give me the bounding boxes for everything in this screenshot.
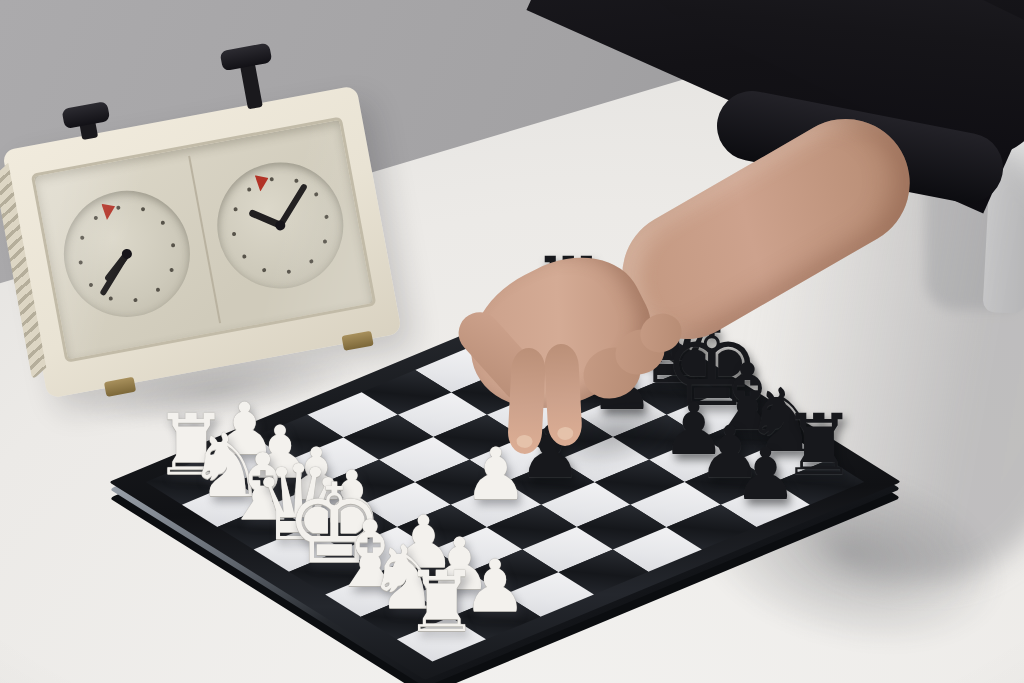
clock-right-dial — [207, 152, 354, 299]
dial-pin — [121, 248, 133, 260]
square-h1[interactable]: ♜ — [397, 617, 487, 662]
photo-scene: ♜♞♝♛♚♝♞♜♟♟♟♟♟♟♟♟♟♟♟♟♟♟♟♟♜♞♝♛♚♝♞♜ — [0, 0, 1024, 683]
flag-icon — [101, 201, 117, 220]
face-divider — [188, 156, 221, 324]
button-stem — [240, 63, 263, 109]
flag-icon — [255, 173, 271, 192]
piece-black-pawn-h7[interactable]: ♟ — [705, 384, 825, 508]
clock-face — [31, 116, 377, 362]
clock-left-button[interactable] — [61, 101, 112, 143]
clock-left-dial — [53, 180, 200, 327]
piece-white-rook-h1[interactable]: ♜ — [382, 519, 502, 643]
